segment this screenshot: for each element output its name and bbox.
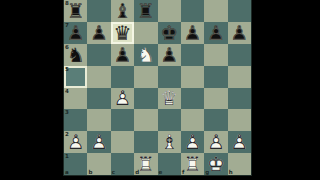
square-a1[interactable]: 1a xyxy=(64,153,87,175)
square-h5[interactable] xyxy=(228,66,251,88)
square-f8[interactable] xyxy=(181,0,204,22)
square-f4[interactable] xyxy=(181,88,204,110)
square-d7[interactable] xyxy=(134,22,157,44)
square-d1[interactable]: d♜♖ xyxy=(134,153,157,175)
file-label-h: h xyxy=(229,169,233,175)
rank-label-8: 8 xyxy=(65,0,69,6)
square-f2[interactable]: ♟♙ xyxy=(181,131,204,153)
piece-white-pawn: ♟♙ xyxy=(181,131,204,153)
square-e1[interactable]: e xyxy=(158,153,181,175)
piece-black-pawn: ♟♙ xyxy=(204,22,227,44)
square-c5[interactable] xyxy=(111,66,134,88)
square-b5[interactable] xyxy=(87,66,110,88)
file-label-e: e xyxy=(159,169,163,175)
square-e3[interactable] xyxy=(158,109,181,131)
square-g7[interactable]: ♟♙ xyxy=(204,22,227,44)
square-e5[interactable] xyxy=(158,66,181,88)
file-label-b: b xyxy=(88,169,92,175)
square-f3[interactable] xyxy=(181,109,204,131)
piece-black-rook: ♜♖ xyxy=(134,0,157,22)
rank-label-1: 1 xyxy=(65,153,69,159)
square-d3[interactable] xyxy=(134,109,157,131)
piece-black-pawn: ♟♙ xyxy=(87,22,110,44)
square-h4[interactable] xyxy=(228,88,251,110)
piece-white-rook: ♜♖ xyxy=(181,153,204,175)
piece-black-pawn: ♟♙ xyxy=(228,22,251,44)
piece-white-pawn: ♟♙ xyxy=(204,131,227,153)
square-h2[interactable]: ♟♙ xyxy=(228,131,251,153)
video-frame: 8♜♖♝♗♜♖7♟♙♟♙♛♕♚♔♟♙♟♙♟♙6♞♘♟♙♞♘♟♙54♟♙♛♕32♟… xyxy=(0,0,320,180)
rank-label-7: 7 xyxy=(65,22,69,28)
rank-label-2: 2 xyxy=(65,131,69,137)
piece-black-bishop: ♝♗ xyxy=(111,0,134,22)
chess-board[interactable]: 8♜♖♝♗♜♖7♟♙♟♙♛♕♚♔♟♙♟♙♟♙6♞♘♟♙♞♘♟♙54♟♙♛♕32♟… xyxy=(64,0,251,175)
rank-label-6: 6 xyxy=(65,44,69,50)
square-f5[interactable] xyxy=(181,66,204,88)
square-f1[interactable]: f♜♖ xyxy=(181,153,204,175)
square-g3[interactable] xyxy=(204,109,227,131)
square-b6[interactable] xyxy=(87,44,110,66)
square-d6[interactable]: ♞♘ xyxy=(134,44,157,66)
rank-label-3: 3 xyxy=(65,109,69,115)
square-d2[interactable] xyxy=(134,131,157,153)
piece-black-queen: ♛♕ xyxy=(111,22,134,44)
square-c4[interactable]: ♟♙ xyxy=(111,88,134,110)
square-b2[interactable]: ♟♙ xyxy=(87,131,110,153)
piece-white-queen: ♛♕ xyxy=(158,88,181,110)
square-d4[interactable] xyxy=(134,88,157,110)
rank-label-5: 5 xyxy=(65,66,69,72)
square-e8[interactable] xyxy=(158,0,181,22)
piece-white-pawn: ♟♙ xyxy=(87,131,110,153)
file-label-c: c xyxy=(112,169,115,175)
square-b8[interactable] xyxy=(87,0,110,22)
square-b3[interactable] xyxy=(87,109,110,131)
square-b1[interactable]: b xyxy=(87,153,110,175)
square-e7[interactable]: ♚♔ xyxy=(158,22,181,44)
file-label-g: g xyxy=(205,169,209,175)
piece-black-king: ♚♔ xyxy=(158,22,181,44)
file-label-f: f xyxy=(182,169,184,175)
square-b4[interactable] xyxy=(87,88,110,110)
piece-white-pawn: ♟♙ xyxy=(228,131,251,153)
rank-label-4: 4 xyxy=(65,88,69,94)
square-c1[interactable]: c xyxy=(111,153,134,175)
piece-black-pawn: ♟♙ xyxy=(181,22,204,44)
piece-white-bishop: ♝♗ xyxy=(158,131,181,153)
square-a2[interactable]: 2♟♙ xyxy=(64,131,87,153)
square-e4[interactable]: ♛♕ xyxy=(158,88,181,110)
square-c8[interactable]: ♝♗ xyxy=(111,0,134,22)
square-f7[interactable]: ♟♙ xyxy=(181,22,204,44)
square-h6[interactable] xyxy=(228,44,251,66)
square-c6[interactable]: ♟♙ xyxy=(111,44,134,66)
square-a8[interactable]: 8♜♖ xyxy=(64,0,87,22)
square-d8[interactable]: ♜♖ xyxy=(134,0,157,22)
piece-white-knight: ♞♘ xyxy=(134,44,157,66)
square-g5[interactable] xyxy=(204,66,227,88)
square-c2[interactable] xyxy=(111,131,134,153)
file-label-a: a xyxy=(65,169,69,175)
square-a4[interactable]: 4 xyxy=(64,88,87,110)
piece-white-pawn: ♟♙ xyxy=(111,88,134,110)
square-a3[interactable]: 3 xyxy=(64,109,87,131)
square-g2[interactable]: ♟♙ xyxy=(204,131,227,153)
square-d5[interactable] xyxy=(134,66,157,88)
square-a7[interactable]: 7♟♙ xyxy=(64,22,87,44)
square-h7[interactable]: ♟♙ xyxy=(228,22,251,44)
square-h8[interactable] xyxy=(228,0,251,22)
square-h3[interactable] xyxy=(228,109,251,131)
square-c7[interactable]: ♛♕ xyxy=(111,22,134,44)
letterbox-right xyxy=(251,0,320,180)
piece-black-pawn: ♟♙ xyxy=(158,44,181,66)
square-a6[interactable]: 6♞♘ xyxy=(64,44,87,66)
square-e2[interactable]: ♝♗ xyxy=(158,131,181,153)
file-label-d: d xyxy=(135,169,139,175)
square-g8[interactable] xyxy=(204,0,227,22)
square-g4[interactable] xyxy=(204,88,227,110)
square-f6[interactable] xyxy=(181,44,204,66)
square-g6[interactable] xyxy=(204,44,227,66)
square-h1[interactable]: h xyxy=(228,153,251,175)
letterbox-left xyxy=(0,0,64,180)
square-b7[interactable]: ♟♙ xyxy=(87,22,110,44)
square-c3[interactable] xyxy=(111,109,134,131)
square-a5[interactable]: 5 xyxy=(64,66,87,88)
square-e6[interactable]: ♟♙ xyxy=(158,44,181,66)
piece-black-pawn: ♟♙ xyxy=(111,44,134,66)
square-g1[interactable]: g♚♔ xyxy=(204,153,227,175)
